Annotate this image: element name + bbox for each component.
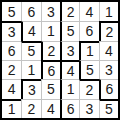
cell-r6c1[interactable]: 1 bbox=[2, 99, 21, 118]
cell-r4c3[interactable]: 6 bbox=[41, 60, 60, 79]
cell-r4c5[interactable]: 5 bbox=[79, 60, 98, 79]
cell-r6c3[interactable]: 4 bbox=[41, 99, 60, 118]
cell-r6c2[interactable]: 2 bbox=[21, 99, 40, 118]
cell-r2c6[interactable]: 2 bbox=[99, 21, 118, 40]
cell-r2c3[interactable]: 1 bbox=[41, 21, 60, 40]
cell-r4c1[interactable]: 2 bbox=[2, 60, 21, 79]
cell-r5c6[interactable]: 6 bbox=[99, 79, 118, 98]
cell-r5c1[interactable]: 4 bbox=[2, 79, 21, 98]
cell-r2c5[interactable]: 6 bbox=[79, 21, 98, 40]
cell-r3c5[interactable]: 1 bbox=[79, 41, 98, 60]
cell-r3c2[interactable]: 5 bbox=[21, 41, 40, 60]
cell-r5c4[interactable]: 1 bbox=[60, 79, 79, 98]
cell-r3c6[interactable]: 4 bbox=[99, 41, 118, 60]
cell-r2c4[interactable]: 5 bbox=[60, 21, 79, 40]
cell-r4c6[interactable]: 3 bbox=[99, 60, 118, 79]
cell-r4c2[interactable]: 1 bbox=[21, 60, 40, 79]
cell-r3c1[interactable]: 6 bbox=[2, 41, 21, 60]
cell-r5c5[interactable]: 2 bbox=[79, 79, 98, 98]
cell-r4c4[interactable]: 4 bbox=[60, 60, 79, 79]
cell-r1c3[interactable]: 3 bbox=[41, 2, 60, 21]
cell-r1c5[interactable]: 4 bbox=[79, 2, 98, 21]
cell-r1c1[interactable]: 5 bbox=[2, 2, 21, 21]
cell-r6c4[interactable]: 6 bbox=[60, 99, 79, 118]
jigsaw-sudoku-board: 563241341562652314216453435126124635 bbox=[0, 0, 120, 120]
cell-r1c2[interactable]: 6 bbox=[21, 2, 40, 21]
cell-r5c3[interactable]: 5 bbox=[41, 79, 60, 98]
cell-r2c2[interactable]: 4 bbox=[21, 21, 40, 40]
cell-r6c5[interactable]: 3 bbox=[79, 99, 98, 118]
cell-r5c2[interactable]: 3 bbox=[21, 79, 40, 98]
cell-r1c4[interactable]: 2 bbox=[60, 2, 79, 21]
cell-r3c4[interactable]: 3 bbox=[60, 41, 79, 60]
cell-r1c6[interactable]: 1 bbox=[99, 2, 118, 21]
cell-r2c1[interactable]: 3 bbox=[2, 21, 21, 40]
cell-r3c3[interactable]: 2 bbox=[41, 41, 60, 60]
cell-r6c6[interactable]: 5 bbox=[99, 99, 118, 118]
